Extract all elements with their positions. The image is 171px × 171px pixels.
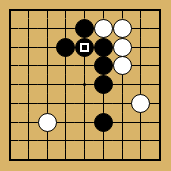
point-r4c6 xyxy=(94,56,113,75)
point-r8c4[interactable] xyxy=(56,131,75,150)
point-r8c9[interactable] xyxy=(150,131,169,150)
white-stone xyxy=(113,56,132,75)
point-r5c1[interactable] xyxy=(0,75,19,94)
point-r8c2[interactable] xyxy=(19,131,38,150)
point-r6c1[interactable] xyxy=(0,94,19,113)
point-r7c6 xyxy=(94,113,113,132)
point-r1c6[interactable] xyxy=(94,0,113,19)
point-r1c5[interactable] xyxy=(75,0,94,19)
point-r2c7 xyxy=(113,19,132,38)
point-r6c4[interactable] xyxy=(56,94,75,113)
point-r6c7[interactable] xyxy=(113,94,132,113)
point-r7c7[interactable] xyxy=(113,113,132,132)
point-r1c7[interactable] xyxy=(113,0,132,19)
point-r3c4 xyxy=(56,38,75,57)
point-r4c4[interactable] xyxy=(56,56,75,75)
black-stone xyxy=(75,19,94,38)
point-r8c6[interactable] xyxy=(94,131,113,150)
point-r3c9[interactable] xyxy=(150,38,169,57)
point-r7c9[interactable] xyxy=(150,113,169,132)
point-r2c1[interactable] xyxy=(0,19,19,38)
point-r4c9[interactable] xyxy=(150,56,169,75)
point-r5c6 xyxy=(94,75,113,94)
point-r8c3[interactable] xyxy=(38,131,57,150)
square-marker xyxy=(80,43,89,52)
point-r3c8[interactable] xyxy=(131,38,150,57)
point-r8c8[interactable] xyxy=(131,131,150,150)
point-r5c5[interactable] xyxy=(75,75,94,94)
point-r2c5 xyxy=(75,19,94,38)
point-r3c3[interactable] xyxy=(38,38,57,57)
point-r5c2[interactable] xyxy=(19,75,38,94)
point-r7c4[interactable] xyxy=(56,113,75,132)
point-r1c9[interactable] xyxy=(150,0,169,19)
goban-grid xyxy=(0,0,169,169)
point-r9c3[interactable] xyxy=(38,150,57,169)
point-r7c1[interactable] xyxy=(0,113,19,132)
point-r5c8[interactable] xyxy=(131,75,150,94)
point-r2c9[interactable] xyxy=(150,19,169,38)
point-r3c2[interactable] xyxy=(19,38,38,57)
point-r2c2[interactable] xyxy=(19,19,38,38)
white-stone xyxy=(131,94,150,113)
black-stone xyxy=(94,38,113,57)
black-stone xyxy=(94,75,113,94)
point-r1c8[interactable] xyxy=(131,0,150,19)
point-r4c8[interactable] xyxy=(131,56,150,75)
point-r9c5[interactable] xyxy=(75,150,94,169)
point-r2c6 xyxy=(94,19,113,38)
point-r4c3[interactable] xyxy=(38,56,57,75)
point-r1c2[interactable] xyxy=(19,0,38,19)
point-r7c2[interactable] xyxy=(19,113,38,132)
white-stone xyxy=(113,38,132,57)
point-r1c1[interactable] xyxy=(0,0,19,19)
point-r8c7[interactable] xyxy=(113,131,132,150)
point-r9c9[interactable] xyxy=(150,150,169,169)
black-stone xyxy=(94,56,113,75)
point-r1c4[interactable] xyxy=(56,0,75,19)
point-r4c7 xyxy=(113,56,132,75)
point-r4c2[interactable] xyxy=(19,56,38,75)
point-r5c7[interactable] xyxy=(113,75,132,94)
point-r3c7 xyxy=(113,38,132,57)
point-r2c3[interactable] xyxy=(38,19,57,38)
point-r9c4[interactable] xyxy=(56,150,75,169)
goban xyxy=(0,0,171,171)
point-r4c5[interactable] xyxy=(75,56,94,75)
black-stone xyxy=(75,38,94,57)
point-r6c3[interactable] xyxy=(38,94,57,113)
point-r9c2[interactable] xyxy=(19,150,38,169)
point-r6c2[interactable] xyxy=(19,94,38,113)
point-r7c5[interactable] xyxy=(75,113,94,132)
point-r7c8[interactable] xyxy=(131,113,150,132)
point-r3c5 xyxy=(75,38,94,57)
point-r9c7[interactable] xyxy=(113,150,132,169)
point-r1c3[interactable] xyxy=(38,0,57,19)
point-r6c8 xyxy=(131,94,150,113)
point-r8c5[interactable] xyxy=(75,131,94,150)
point-r2c4[interactable] xyxy=(56,19,75,38)
black-stone xyxy=(56,38,75,57)
point-r6c5[interactable] xyxy=(75,94,94,113)
point-r5c9[interactable] xyxy=(150,75,169,94)
point-r9c8[interactable] xyxy=(131,150,150,169)
star-point xyxy=(83,83,86,86)
white-stone xyxy=(38,113,57,132)
point-r8c1[interactable] xyxy=(0,131,19,150)
point-r6c9[interactable] xyxy=(150,94,169,113)
white-stone xyxy=(113,19,132,38)
point-r6c6[interactable] xyxy=(94,94,113,113)
point-r7c3 xyxy=(38,113,57,132)
point-r5c3[interactable] xyxy=(38,75,57,94)
point-r5c4[interactable] xyxy=(56,75,75,94)
white-stone xyxy=(94,19,113,38)
point-r2c8[interactable] xyxy=(131,19,150,38)
point-r4c1[interactable] xyxy=(0,56,19,75)
black-stone xyxy=(94,113,113,132)
point-r9c6[interactable] xyxy=(94,150,113,169)
point-r9c1[interactable] xyxy=(0,150,19,169)
point-r3c6 xyxy=(94,38,113,57)
point-r3c1[interactable] xyxy=(0,38,19,57)
